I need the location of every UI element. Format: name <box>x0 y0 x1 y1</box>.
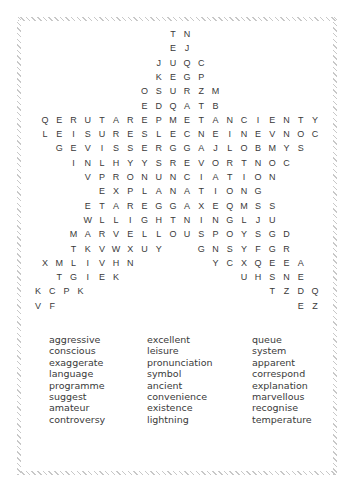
grid-cell: I <box>194 170 208 184</box>
grid-cell: K <box>109 270 123 284</box>
grid-cell: Q <box>180 56 194 70</box>
grid-cell: N <box>180 213 194 227</box>
grid-cell: S <box>223 242 237 256</box>
grid-cell: F <box>45 299 59 313</box>
grid-cell: V <box>81 141 95 155</box>
grid-cell: T <box>166 213 180 227</box>
grid-cell: U <box>166 84 180 98</box>
grid-cell: Z <box>308 299 322 313</box>
grid-cell: Z <box>194 84 208 98</box>
grid-cell: L <box>152 227 166 241</box>
grid-cell: E <box>52 127 66 141</box>
grid-cell: Q <box>166 99 180 113</box>
word-list-item: conscious <box>49 345 105 356</box>
word-list-item: ancient <box>147 380 212 391</box>
grid-cell: Y <box>123 156 137 170</box>
grid-cell: K <box>152 70 166 84</box>
grid-cell: K <box>31 284 45 298</box>
grid-cell: X <box>123 242 137 256</box>
grid-cell: T <box>237 156 251 170</box>
grid-cell: I <box>208 184 222 198</box>
grid-cell: L <box>109 213 123 227</box>
grid-cell: M <box>237 199 251 213</box>
grid-cell: P <box>194 70 208 84</box>
grid-cell: T <box>265 284 279 298</box>
grid-cell: H <box>152 213 166 227</box>
grid-cell: S <box>194 227 208 241</box>
grid-cell: O <box>137 84 151 98</box>
grid-cell: D <box>152 99 166 113</box>
grid-cell: G <box>265 242 279 256</box>
grid-cell: C <box>237 113 251 127</box>
grid-cell: T <box>166 27 180 41</box>
word-list-item: exaggerate <box>49 357 105 368</box>
grid-cell: I <box>194 213 208 227</box>
word-list-item: programme <box>49 380 105 391</box>
grid-cell: E <box>166 127 180 141</box>
grid-cell: I <box>223 127 237 141</box>
grid-cell: S <box>152 84 166 98</box>
grid-cell: R <box>66 113 80 127</box>
grid-cell: B <box>208 99 222 113</box>
grid-cell: E <box>123 127 137 141</box>
grid-cell: J <box>180 41 194 55</box>
grid-cell: E <box>166 70 180 84</box>
grid-cell: R <box>123 113 137 127</box>
grid-cell: N <box>137 170 151 184</box>
grid-cell: T <box>223 170 237 184</box>
grid-cell: V <box>95 256 109 270</box>
grid-cell: E <box>251 127 265 141</box>
grid-cell: U <box>237 270 251 284</box>
grid-cell: N <box>166 184 180 198</box>
grid-cell: J <box>208 141 222 155</box>
grid-cell: A <box>109 199 123 213</box>
word-list-item: controversy <box>49 414 105 425</box>
grid-cell: N <box>123 256 137 270</box>
grid-cell: C <box>308 127 322 141</box>
grid-cell: M <box>66 227 80 241</box>
grid-cell: E <box>137 99 151 113</box>
grid-cell: O <box>294 127 308 141</box>
grid-cell: W <box>81 213 95 227</box>
grid-cell: S <box>251 199 265 213</box>
grid-cell: H <box>109 256 123 270</box>
grid-cell: V <box>81 170 95 184</box>
grid-cell: G <box>137 213 151 227</box>
grid-cell: U <box>137 242 151 256</box>
grid-cell: E <box>180 113 194 127</box>
grid-cell: I <box>251 113 265 127</box>
word-list-item: correspond <box>252 368 312 379</box>
grid-cell: G <box>166 141 180 155</box>
grid-cell: U <box>95 127 109 141</box>
grid-cell: D <box>294 284 308 298</box>
grid-cell: A <box>208 113 222 127</box>
grid-cell: E <box>95 270 109 284</box>
grid-cell: K <box>74 284 88 298</box>
grid-cell: Y <box>237 227 251 241</box>
word-list-item: existence <box>147 402 212 413</box>
grid-cell: M <box>52 256 66 270</box>
grid-cell: A <box>109 113 123 127</box>
grid-cell: A <box>180 199 194 213</box>
grid-cell: G <box>166 199 180 213</box>
word-search-grid: TNEJJUQCKEGPOSURZMEDQATBQERUTAREPMETANCI… <box>0 0 354 330</box>
grid-cell: V <box>194 156 208 170</box>
grid-cell: N <box>279 270 293 284</box>
grid-cell: P <box>152 113 166 127</box>
grid-cell: Y <box>237 242 251 256</box>
word-list-item: queue <box>252 334 312 345</box>
grid-cell: D <box>279 227 293 241</box>
grid-cell: O <box>166 227 180 241</box>
word-list-item: pronunciation <box>147 357 212 368</box>
grid-cell: Y <box>279 141 293 155</box>
grid-cell: T <box>194 99 208 113</box>
grid-cell: E <box>95 184 109 198</box>
grid-cell: Q <box>251 256 265 270</box>
grid-cell: F <box>251 242 265 256</box>
grid-cell: U <box>180 227 194 241</box>
grid-cell: E <box>294 270 308 284</box>
grid-cell: I <box>237 170 251 184</box>
grid-cell: U <box>81 113 95 127</box>
grid-cell: E <box>294 299 308 313</box>
grid-cell: C <box>279 156 293 170</box>
grid-cell: L <box>237 213 251 227</box>
grid-cell: P <box>208 227 222 241</box>
word-list-item: temperature <box>252 414 312 425</box>
grid-cell: N <box>237 184 251 198</box>
grid-cell: N <box>208 242 222 256</box>
grid-cell: E <box>81 199 95 213</box>
grid-cell: S <box>81 127 95 141</box>
grid-cell: N <box>251 156 265 170</box>
grid-cell: R <box>152 141 166 155</box>
grid-cell: O <box>223 227 237 241</box>
word-list-item: recognise <box>252 402 312 413</box>
word-list-item: lightning <box>147 414 212 425</box>
grid-cell: N <box>265 170 279 184</box>
grid-cell: I <box>123 213 137 227</box>
word-list-item: explanation <box>252 380 312 391</box>
grid-cell: C <box>45 284 59 298</box>
decorative-border-bottom <box>18 471 336 475</box>
grid-cell: A <box>152 184 166 198</box>
grid-cell: P <box>123 184 137 198</box>
grid-cell: O <box>265 156 279 170</box>
grid-cell: T <box>95 113 109 127</box>
grid-cell: U <box>166 56 180 70</box>
grid-cell: T <box>294 113 308 127</box>
grid-cell: X <box>194 199 208 213</box>
grid-cell: Q <box>38 113 52 127</box>
word-list-column-1: aggressiveconsciousexaggeratelanguagepro… <box>49 334 105 425</box>
grid-cell: R <box>123 199 137 213</box>
grid-cell: H <box>251 270 265 284</box>
grid-cell: G <box>251 184 265 198</box>
grid-cell: E <box>166 41 180 55</box>
grid-cell: Y <box>137 156 151 170</box>
grid-cell: S <box>294 141 308 155</box>
grid-cell: K <box>81 242 95 256</box>
grid-cell: I <box>66 127 80 141</box>
grid-cell: E <box>208 199 222 213</box>
grid-cell: E <box>180 156 194 170</box>
grid-cell: C <box>180 127 194 141</box>
grid-cell: I <box>81 270 95 284</box>
grid-cell: O <box>237 141 251 155</box>
grid-cell: X <box>38 256 52 270</box>
grid-cell: C <box>223 256 237 270</box>
grid-cell: A <box>81 227 95 241</box>
grid-cell: A <box>194 141 208 155</box>
grid-cell: R <box>109 170 123 184</box>
grid-cell: R <box>95 227 109 241</box>
grid-cell: Z <box>279 284 293 298</box>
grid-cell: S <box>265 199 279 213</box>
grid-cell: J <box>152 56 166 70</box>
grid-cell: V <box>109 227 123 241</box>
grid-cell: L <box>137 227 151 241</box>
grid-cell: N <box>223 113 237 127</box>
grid-cell: G <box>265 227 279 241</box>
grid-cell: L <box>38 127 52 141</box>
word-list-item: excellent <box>147 334 212 345</box>
grid-cell: R <box>223 156 237 170</box>
grid-cell: M <box>166 113 180 127</box>
grid-cell: T <box>66 242 80 256</box>
grid-cell: A <box>294 256 308 270</box>
grid-cell: G <box>52 141 66 155</box>
grid-cell: G <box>180 141 194 155</box>
grid-cell: P <box>95 170 109 184</box>
grid-cell: U <box>152 170 166 184</box>
grid-cell: O <box>208 156 222 170</box>
grid-cell: M <box>208 84 222 98</box>
grid-cell: V <box>31 299 45 313</box>
word-list-item: language <box>49 368 105 379</box>
grid-cell: G <box>194 242 208 256</box>
grid-cell: I <box>81 256 95 270</box>
word-list-item: convenience <box>147 391 212 402</box>
grid-cell: A <box>180 184 194 198</box>
grid-cell: Y <box>152 242 166 256</box>
grid-cell: S <box>152 156 166 170</box>
grid-cell: E <box>265 113 279 127</box>
grid-cell: Y <box>208 256 222 270</box>
grid-cell: H <box>109 156 123 170</box>
grid-cell: E <box>123 227 137 241</box>
grid-cell: U <box>265 213 279 227</box>
grid-cell: Y <box>308 113 322 127</box>
word-list-item: system <box>252 345 312 356</box>
word-list-column-2: excellentleisurepronunciationsymbolancie… <box>147 334 212 425</box>
grid-cell: C <box>194 56 208 70</box>
grid-cell: V <box>95 242 109 256</box>
grid-cell: L <box>223 141 237 155</box>
grid-cell: L <box>95 156 109 170</box>
grid-cell: J <box>251 213 265 227</box>
grid-cell: O <box>223 184 237 198</box>
grid-cell: P <box>59 284 73 298</box>
grid-cell: N <box>208 213 222 227</box>
word-list-item: aggressive <box>49 334 105 345</box>
grid-cell: N <box>194 127 208 141</box>
grid-cell: R <box>279 242 293 256</box>
grid-cell: E <box>208 127 222 141</box>
grid-cell: N <box>180 27 194 41</box>
grid-cell: I <box>95 141 109 155</box>
grid-cell: N <box>279 113 293 127</box>
grid-cell: E <box>66 141 80 155</box>
grid-cell: E <box>52 113 66 127</box>
grid-cell: L <box>137 184 151 198</box>
grid-cell: A <box>180 99 194 113</box>
grid-cell: T <box>194 184 208 198</box>
grid-cell: G <box>223 213 237 227</box>
grid-cell: N <box>237 127 251 141</box>
grid-cell: S <box>265 270 279 284</box>
grid-cell: E <box>137 199 151 213</box>
grid-cell: M <box>265 141 279 155</box>
grid-cell: W <box>109 242 123 256</box>
grid-cell: O <box>123 170 137 184</box>
word-list-item: suggest <box>49 391 105 402</box>
word-list-item: marvellous <box>252 391 312 402</box>
grid-cell: X <box>237 256 251 270</box>
grid-cell: S <box>109 141 123 155</box>
grid-cell: N <box>81 156 95 170</box>
grid-cell: T <box>194 113 208 127</box>
grid-cell: A <box>208 170 222 184</box>
grid-cell: Q <box>308 284 322 298</box>
grid-cell: L <box>95 213 109 227</box>
grid-cell: L <box>66 256 80 270</box>
grid-cell: G <box>180 70 194 84</box>
grid-cell: E <box>279 256 293 270</box>
word-list-column-3: queuesystemapparentcorrespondexplanation… <box>252 334 312 425</box>
grid-cell: G <box>152 199 166 213</box>
grid-cell: X <box>109 184 123 198</box>
grid-cell: G <box>66 270 80 284</box>
grid-cell: C <box>180 170 194 184</box>
grid-cell: N <box>166 170 180 184</box>
grid-cell: E <box>265 256 279 270</box>
grid-cell: S <box>251 227 265 241</box>
word-list-item: leisure <box>147 345 212 356</box>
grid-cell: N <box>279 127 293 141</box>
grid-cell: I <box>66 156 80 170</box>
grid-cell: R <box>180 84 194 98</box>
grid-cell: S <box>123 141 137 155</box>
grid-cell: O <box>251 170 265 184</box>
grid-cell: R <box>166 156 180 170</box>
grid-cell: T <box>52 270 66 284</box>
grid-cell: S <box>137 127 151 141</box>
grid-cell: E <box>137 141 151 155</box>
grid-cell: B <box>251 141 265 155</box>
grid-cell: V <box>265 127 279 141</box>
grid-cell: E <box>137 113 151 127</box>
word-list-item: amateur <box>49 402 105 413</box>
grid-cell: T <box>95 199 109 213</box>
word-list-item: symbol <box>147 368 212 379</box>
grid-cell: Q <box>223 199 237 213</box>
worksheet-page: TNEJJUQCKEGPOSURZMEDQATBQERUTAREPMETANCI… <box>0 0 354 500</box>
word-list-item: apparent <box>252 357 312 368</box>
grid-cell: L <box>152 127 166 141</box>
grid-cell: R <box>109 127 123 141</box>
